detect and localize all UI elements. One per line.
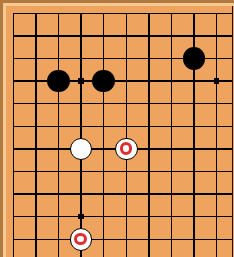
grid-line-horizontal bbox=[13, 103, 234, 104]
grid-line-horizontal bbox=[13, 13, 234, 14]
grid-line-horizontal bbox=[13, 35, 234, 36]
black-stone-glyph: ● bbox=[95, 71, 112, 91]
cut-border-right bbox=[232, 3, 234, 257]
white-stone-glyph: ○ bbox=[72, 139, 89, 159]
go-board: ●●●○○○ bbox=[0, 0, 234, 257]
stone-black-E16: ● bbox=[92, 70, 115, 93]
star-point-K16 bbox=[214, 78, 220, 84]
grid-line-horizontal bbox=[13, 80, 234, 81]
black-stone-glyph: ● bbox=[50, 71, 67, 91]
go-diagram: ●●●○○○ bbox=[0, 0, 234, 257]
grid-line-vertical bbox=[58, 13, 59, 257]
grid-line-horizontal bbox=[13, 171, 234, 172]
board-frame-left-light bbox=[3, 3, 6, 257]
stone-white-F13: ○ bbox=[115, 138, 138, 161]
black-stone-glyph: ● bbox=[185, 48, 202, 68]
stone-white-D9: ○ bbox=[70, 228, 93, 251]
grid-line-horizontal bbox=[13, 193, 234, 194]
star-point-D16 bbox=[78, 78, 84, 84]
grid-line-vertical bbox=[216, 13, 217, 257]
circle-mark bbox=[74, 233, 87, 246]
grid-line-vertical bbox=[103, 13, 104, 257]
board-frame-top-light bbox=[0, 3, 234, 6]
grid-line-horizontal bbox=[13, 239, 234, 240]
grid-line-vertical bbox=[148, 13, 149, 257]
stone-black-J17: ● bbox=[183, 47, 206, 70]
grid-line-vertical bbox=[13, 13, 14, 257]
grid-line-horizontal bbox=[13, 126, 234, 127]
grid-line-vertical bbox=[35, 13, 36, 257]
stone-white-D13: ○ bbox=[70, 138, 93, 161]
circle-mark bbox=[120, 142, 133, 155]
grid-line-vertical bbox=[126, 13, 127, 257]
grid-line-horizontal bbox=[13, 216, 234, 217]
grid-line-vertical bbox=[80, 13, 81, 257]
stone-black-C16: ● bbox=[47, 70, 70, 93]
grid-line-vertical bbox=[171, 13, 172, 257]
star-point-D10 bbox=[78, 214, 84, 220]
